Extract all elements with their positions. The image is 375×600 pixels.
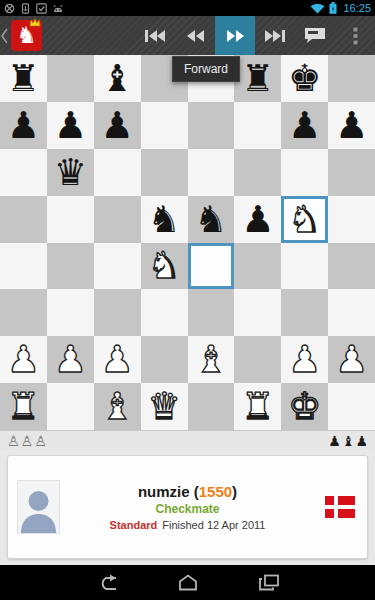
chevron-left-icon — [1, 28, 8, 44]
square-a4[interactable] — [0, 243, 47, 290]
back-icon — [96, 574, 118, 591]
status-bar: 16:25 — [0, 0, 375, 16]
square-h6[interactable] — [328, 149, 375, 196]
square-g2[interactable]: ♟ — [281, 336, 328, 383]
square-a6[interactable] — [0, 149, 47, 196]
alarm-off-icon — [4, 3, 15, 14]
chess-board: Forward ♜♝♜♚♟♟♟♟♟♛♞♞♟♞♞♟♟♟♝♟♟♜♝♛♜♚ — [0, 55, 375, 430]
square-a2[interactable]: ♟ — [0, 336, 47, 383]
back-button[interactable] — [95, 573, 119, 593]
forward-tooltip: Forward — [172, 56, 240, 82]
step-forward-button[interactable] — [215, 16, 255, 55]
paren-close: ) — [232, 483, 237, 500]
square-g4[interactable] — [281, 243, 328, 290]
finished-date: Finished 12 Apr 2011 — [162, 519, 265, 531]
square-g1[interactable]: ♚ — [281, 383, 328, 430]
square-b4[interactable] — [47, 243, 94, 290]
game-info-panel: numzie (1550) Checkmate StandardFinished… — [0, 450, 375, 565]
square-a1[interactable]: ♜ — [0, 383, 47, 430]
piece-white-knight: ♞ — [288, 201, 321, 238]
skip-to-start-button[interactable] — [135, 16, 175, 55]
usb-debug-icon — [52, 3, 64, 14]
app-logo[interactable]: ♞ — [11, 20, 42, 51]
square-e7[interactable] — [188, 102, 235, 149]
square-e6[interactable] — [188, 149, 235, 196]
square-g3[interactable] — [281, 289, 328, 336]
piece-white-rook: ♜ — [241, 388, 274, 425]
piece-white-queen: ♛ — [147, 388, 180, 425]
square-g7[interactable]: ♟ — [281, 102, 328, 149]
step-back-button[interactable] — [175, 16, 215, 55]
avatar — [17, 480, 60, 534]
square-e1[interactable] — [188, 383, 235, 430]
square-g6[interactable] — [281, 149, 328, 196]
square-f5[interactable]: ♟ — [234, 196, 281, 243]
piece-black-pawn: ♟ — [241, 201, 274, 238]
square-c3[interactable] — [94, 289, 141, 336]
piece-white-pawn: ♟ — [288, 341, 321, 378]
square-d1[interactable]: ♛ — [141, 383, 188, 430]
captured-white-pawn: ♙ — [7, 433, 20, 449]
square-b6[interactable]: ♛ — [47, 149, 94, 196]
step-back-icon — [186, 28, 205, 44]
notification-icons — [4, 3, 64, 14]
step-forward-icon — [226, 28, 245, 44]
square-e2[interactable]: ♝ — [188, 336, 235, 383]
captured-pieces-bar: ♙♙♙ ♟♝♟ — [0, 430, 375, 450]
overflow-menu-button[interactable] — [335, 16, 375, 55]
piece-white-bishop: ♝ — [101, 388, 134, 425]
piece-black-queen: ♛ — [54, 154, 87, 191]
home-icon — [178, 574, 198, 591]
piece-white-pawn: ♟ — [7, 341, 40, 378]
square-b3[interactable] — [47, 289, 94, 336]
square-e4[interactable] — [188, 243, 235, 290]
square-a7[interactable]: ♟ — [0, 102, 47, 149]
square-a8[interactable]: ♜ — [0, 55, 47, 102]
piece-black-pawn: ♟ — [335, 107, 368, 144]
piece-black-knight: ♞ — [194, 201, 227, 238]
up-button[interactable] — [0, 16, 9, 55]
skip-to-start-icon — [144, 28, 166, 44]
overflow-menu-icon — [353, 27, 358, 45]
game-result: Checkmate — [110, 502, 266, 516]
square-f4[interactable] — [234, 243, 281, 290]
square-d4[interactable]: ♞ — [141, 243, 188, 290]
skip-to-end-icon — [264, 28, 286, 44]
square-e5[interactable]: ♞ — [188, 196, 235, 243]
recents-icon — [259, 574, 279, 591]
square-f2[interactable] — [234, 336, 281, 383]
captured-white-pawn: ♙ — [34, 433, 47, 449]
square-f7[interactable] — [234, 102, 281, 149]
wifi-icon — [310, 3, 325, 14]
piece-black-pawn: ♟ — [288, 107, 321, 144]
piece-black-pawn: ♟ — [7, 107, 40, 144]
piece-black-king: ♚ — [288, 60, 321, 97]
task-done-icon — [36, 3, 47, 14]
captured-black-pawn: ♟ — [328, 433, 341, 449]
square-f3[interactable] — [234, 289, 281, 336]
square-b8[interactable] — [47, 55, 94, 102]
piece-white-pawn: ♟ — [101, 341, 134, 378]
square-h1[interactable] — [328, 383, 375, 430]
piece-black-rook: ♜ — [7, 60, 40, 97]
captured-white-pieces: ♙♙♙ — [7, 434, 48, 448]
square-g8[interactable]: ♚ — [281, 55, 328, 102]
square-h8[interactable] — [328, 55, 375, 102]
piece-white-pawn: ♟ — [54, 341, 87, 378]
piece-white-rook: ♜ — [7, 388, 40, 425]
battery-icon — [329, 2, 337, 14]
piece-white-king: ♚ — [288, 388, 321, 425]
square-c1[interactable]: ♝ — [94, 383, 141, 430]
player-rating: 1550 — [199, 483, 232, 500]
piece-white-bishop: ♝ — [194, 341, 227, 378]
action-bar: ♞ — [0, 16, 375, 55]
captured-white-pawn: ♙ — [21, 433, 34, 449]
captured-black-bishop: ♝ — [342, 433, 355, 449]
square-b1[interactable] — [47, 383, 94, 430]
app-screen: 16:25 ♞ Forward ♜♝♜♚♟♟ — [0, 0, 375, 600]
square-h3[interactable] — [328, 289, 375, 336]
crown-icon — [29, 18, 41, 27]
square-b7[interactable]: ♟ — [47, 102, 94, 149]
game-card[interactable]: numzie (1550) Checkmate StandardFinished… — [7, 455, 368, 559]
piece-black-bishop: ♝ — [101, 60, 134, 97]
square-b5[interactable] — [47, 196, 94, 243]
piece-white-pawn: ♟ — [335, 341, 368, 378]
square-f8[interactable]: ♜ — [234, 55, 281, 102]
skip-to-end-button[interactable] — [255, 16, 295, 55]
square-e3[interactable] — [188, 289, 235, 336]
knight-logo-icon: ♞ — [16, 24, 37, 47]
piece-black-pawn: ♟ — [101, 107, 134, 144]
square-c8[interactable]: ♝ — [94, 55, 141, 102]
piece-white-knight: ♞ — [147, 247, 180, 284]
square-d3[interactable] — [141, 289, 188, 336]
square-h4[interactable] — [328, 243, 375, 290]
square-f6[interactable] — [234, 149, 281, 196]
square-c2[interactable]: ♟ — [94, 336, 141, 383]
game-meta: StandardFinished 12 Apr 2011 — [110, 519, 266, 531]
captured-black-pieces: ♟♝♟ — [327, 434, 368, 448]
square-d5[interactable]: ♞ — [141, 196, 188, 243]
piece-black-rook: ♜ — [241, 60, 274, 97]
clock: 16:25 — [343, 2, 371, 14]
recents-button[interactable] — [257, 573, 281, 593]
square-c6[interactable] — [94, 149, 141, 196]
game-mode: Standard — [110, 519, 158, 531]
square-h7[interactable]: ♟ — [328, 102, 375, 149]
square-d6[interactable] — [141, 149, 188, 196]
comment-button[interactable] — [295, 16, 335, 55]
square-a3[interactable] — [0, 289, 47, 336]
square-c5[interactable] — [94, 196, 141, 243]
denmark-flag-icon — [325, 496, 355, 518]
piece-black-pawn: ♟ — [54, 107, 87, 144]
square-f1[interactable]: ♜ — [234, 383, 281, 430]
piece-black-knight: ♞ — [147, 201, 180, 238]
square-c4[interactable] — [94, 243, 141, 290]
square-a5[interactable] — [0, 196, 47, 243]
player-name: numzie — [138, 483, 190, 500]
square-h2[interactable]: ♟ — [328, 336, 375, 383]
square-g5[interactable]: ♞ — [281, 196, 328, 243]
square-h5[interactable] — [328, 196, 375, 243]
player-name-line: numzie (1550) — [110, 483, 266, 500]
square-d7[interactable] — [141, 102, 188, 149]
home-button[interactable] — [176, 573, 200, 593]
square-d2[interactable] — [141, 336, 188, 383]
square-b2[interactable]: ♟ — [47, 336, 94, 383]
square-c7[interactable]: ♟ — [94, 102, 141, 149]
usb-icon — [20, 3, 31, 14]
captured-black-pawn: ♟ — [355, 433, 368, 449]
navigation-bar — [0, 565, 375, 600]
comment-icon — [304, 27, 326, 44]
